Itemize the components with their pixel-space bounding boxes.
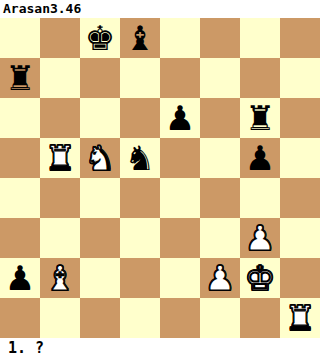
square-b6 — [40, 98, 80, 138]
square-a1 — [0, 298, 40, 338]
square-h3 — [280, 218, 320, 258]
square-f7 — [200, 58, 240, 98]
square-c7 — [80, 58, 120, 98]
black-pawn: ♟ — [160, 98, 200, 138]
square-d7 — [120, 58, 160, 98]
square-g3: ♟ — [240, 218, 280, 258]
square-f2: ♟ — [200, 258, 240, 298]
square-b1 — [40, 298, 80, 338]
square-a6 — [0, 98, 40, 138]
square-e1 — [160, 298, 200, 338]
white-king: ♚ — [240, 258, 280, 298]
square-d6 — [120, 98, 160, 138]
white-pawn: ♟ — [240, 218, 280, 258]
black-knight: ♞ — [120, 138, 160, 178]
square-b2: ♝ — [40, 258, 80, 298]
square-e3 — [160, 218, 200, 258]
square-d4 — [120, 178, 160, 218]
square-a4 — [0, 178, 40, 218]
square-d5: ♞ — [120, 138, 160, 178]
square-f8 — [200, 18, 240, 58]
square-f6 — [200, 98, 240, 138]
white-pawn: ♟ — [200, 258, 240, 298]
square-g1 — [240, 298, 280, 338]
square-f5 — [200, 138, 240, 178]
square-a3 — [0, 218, 40, 258]
chess-board: ♚♝♜♟♜♜♞♞♟♟♟♝♟♚♜ — [0, 18, 320, 338]
square-h2 — [280, 258, 320, 298]
square-e2 — [160, 258, 200, 298]
square-h4 — [280, 178, 320, 218]
black-rook: ♜ — [240, 98, 280, 138]
square-e4 — [160, 178, 200, 218]
square-h1: ♜ — [280, 298, 320, 338]
black-bishop: ♝ — [120, 18, 160, 58]
white-bishop: ♝ — [40, 258, 80, 298]
square-d2 — [120, 258, 160, 298]
square-c3 — [80, 218, 120, 258]
square-a2: ♟ — [0, 258, 40, 298]
square-g7 — [240, 58, 280, 98]
square-b3 — [40, 218, 80, 258]
square-b8 — [40, 18, 80, 58]
square-e6: ♟ — [160, 98, 200, 138]
move-prompt: 1. ? — [0, 338, 320, 360]
square-d3 — [120, 218, 160, 258]
square-b4 — [40, 178, 80, 218]
square-f4 — [200, 178, 240, 218]
square-b7 — [40, 58, 80, 98]
square-c2 — [80, 258, 120, 298]
square-e5 — [160, 138, 200, 178]
white-rook: ♜ — [280, 298, 320, 338]
square-h6 — [280, 98, 320, 138]
square-d1 — [120, 298, 160, 338]
square-h8 — [280, 18, 320, 58]
square-f3 — [200, 218, 240, 258]
square-g6: ♜ — [240, 98, 280, 138]
square-c5: ♞ — [80, 138, 120, 178]
black-pawn: ♟ — [240, 138, 280, 178]
square-a5 — [0, 138, 40, 178]
square-c6 — [80, 98, 120, 138]
square-a8 — [0, 18, 40, 58]
white-knight: ♞ — [80, 138, 120, 178]
white-rook: ♜ — [40, 138, 80, 178]
square-g8 — [240, 18, 280, 58]
square-c8: ♚ — [80, 18, 120, 58]
black-king: ♚ — [80, 18, 120, 58]
position-title: Arasan3.46 — [0, 0, 320, 18]
black-pawn: ♟ — [0, 258, 40, 298]
chess-diagram: Arasan3.46 ♚♝♜♟♜♜♞♞♟♟♟♝♟♚♜ 1. ? — [0, 0, 320, 360]
square-f1 — [200, 298, 240, 338]
square-d8: ♝ — [120, 18, 160, 58]
square-g2: ♚ — [240, 258, 280, 298]
square-c1 — [80, 298, 120, 338]
square-e8 — [160, 18, 200, 58]
square-g5: ♟ — [240, 138, 280, 178]
square-b5: ♜ — [40, 138, 80, 178]
square-c4 — [80, 178, 120, 218]
black-rook: ♜ — [0, 58, 40, 98]
square-h5 — [280, 138, 320, 178]
square-g4 — [240, 178, 280, 218]
square-a7: ♜ — [0, 58, 40, 98]
square-h7 — [280, 58, 320, 98]
square-e7 — [160, 58, 200, 98]
